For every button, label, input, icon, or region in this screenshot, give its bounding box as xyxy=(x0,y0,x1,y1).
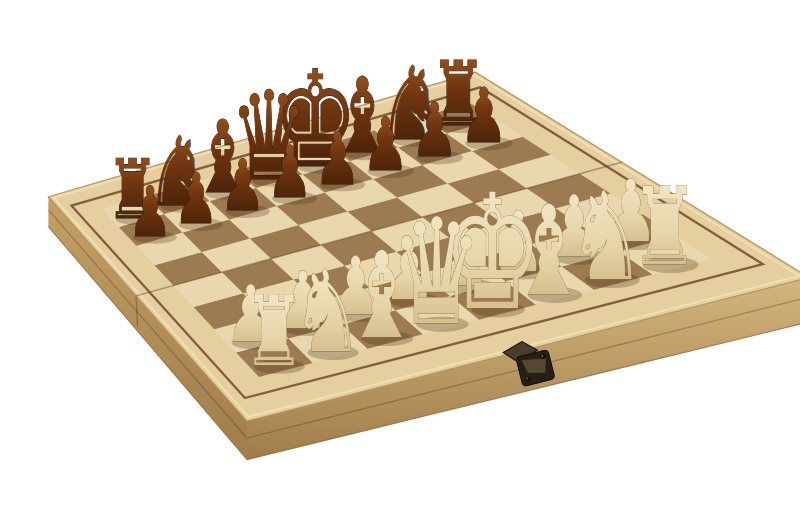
piece-black-pawn-h7[interactable]: ♟ xyxy=(460,72,508,159)
piece-white-rook-a1[interactable]: ♜ xyxy=(243,276,305,389)
piece-black-pawn-f7[interactable]: ♟ xyxy=(362,102,409,187)
piece-black-pawn-b7[interactable]: ♟ xyxy=(174,159,219,240)
piece-black-pawn-a7[interactable]: ♟ xyxy=(128,172,172,253)
folding-chessboard: ♜♞♟♝♟♚♟♛♟♝♟♞♟♜♟♟♟♟♜♟♞♟♝♟♚♟♛♟♝♟♞♜ xyxy=(0,0,800,516)
piece-black-pawn-e7[interactable]: ♟ xyxy=(314,116,360,201)
piece-black-pawn-d7[interactable]: ♟ xyxy=(267,130,313,214)
piece-black-pawn-c7[interactable]: ♟ xyxy=(220,145,265,228)
chess-set-photo-scene: ♜♞♟♝♟♚♟♛♟♝♟♞♟♜♟♟♟♟♜♟♞♟♝♟♚♟♛♟♝♟♞♜ xyxy=(0,0,800,516)
